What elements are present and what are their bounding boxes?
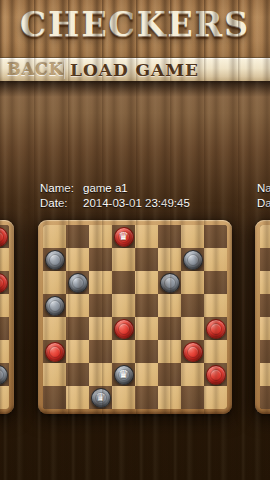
black-checker-piece	[160, 273, 180, 293]
next-game-date-row: Date:	[257, 196, 270, 211]
board-cell	[181, 386, 204, 409]
board-cell	[135, 363, 158, 386]
nav-bar: BACK LOAD GAME	[0, 57, 270, 81]
board-cell	[135, 386, 158, 409]
red-checker-piece	[114, 319, 134, 339]
board-cell	[135, 340, 158, 363]
board-cell	[112, 271, 135, 294]
board-cell	[204, 248, 227, 271]
board-cell	[181, 248, 204, 271]
next-saved-game-meta-peek: Name: Date:	[257, 181, 270, 210]
board-cell	[66, 248, 89, 271]
red-checker-piece-king: ♛	[114, 227, 134, 247]
black-checker-piece-king: ♛	[114, 365, 134, 385]
board-cell: ♛	[89, 386, 112, 409]
board-cell	[260, 317, 270, 340]
board-cell	[260, 340, 270, 363]
board-cell	[66, 294, 89, 317]
back-button[interactable]: BACK	[7, 60, 64, 80]
board-cell	[43, 294, 66, 317]
board-cell	[135, 225, 158, 248]
board-cell	[204, 363, 227, 386]
board-cell	[0, 271, 9, 294]
nav-shadow	[0, 81, 270, 97]
board-cell	[66, 317, 89, 340]
board-cell	[158, 225, 181, 248]
board-cell	[43, 271, 66, 294]
board-cell	[158, 363, 181, 386]
board-cell	[43, 248, 66, 271]
game-name-value: game a1	[83, 182, 128, 194]
board-cell	[43, 317, 66, 340]
game-date-label: Date:	[40, 196, 83, 211]
prev-board-grid	[0, 225, 9, 409]
black-checker-piece	[183, 250, 203, 270]
board-cell	[0, 340, 9, 363]
board-cell	[204, 225, 227, 248]
board-cell	[43, 386, 66, 409]
board-cell	[112, 386, 135, 409]
board-cell	[66, 386, 89, 409]
board-cell	[260, 386, 270, 409]
next-game-name-row: Name:	[257, 181, 270, 196]
board-cell	[112, 340, 135, 363]
board-cell: ♛	[112, 225, 135, 248]
board-cell	[0, 294, 9, 317]
app-header: CHECKERS	[0, 0, 270, 57]
black-checker-piece	[45, 250, 65, 270]
board-cell	[43, 225, 66, 248]
nav-divider	[63, 60, 64, 79]
board-cell	[260, 248, 270, 271]
next-game-name-label: Name:	[257, 181, 270, 196]
game-name-label: Name:	[40, 181, 83, 196]
black-checker-piece	[45, 296, 65, 316]
next-card-board-peek	[255, 220, 270, 414]
board-cell	[260, 225, 270, 248]
board-cell	[204, 386, 227, 409]
board-cell	[135, 317, 158, 340]
board-cell	[158, 340, 181, 363]
board-cell	[260, 271, 270, 294]
board-cell	[66, 340, 89, 363]
board-cell	[89, 294, 112, 317]
board-cell	[0, 386, 9, 409]
board-cell	[260, 363, 270, 386]
board-cell	[112, 294, 135, 317]
board-cell	[135, 248, 158, 271]
board-cell	[43, 340, 66, 363]
game-date-value: 2014-03-01 23:49:45	[83, 197, 190, 209]
board-cell	[181, 363, 204, 386]
board-cell	[89, 271, 112, 294]
board-cell	[260, 294, 270, 317]
next-game-date-label: Date:	[257, 196, 270, 211]
screen-title: LOAD GAME	[66, 60, 203, 80]
king-crown-icon: ♛	[115, 228, 133, 246]
board-cell	[89, 340, 112, 363]
saved-game-date-row: Date:2014-03-01 23:49:45	[40, 196, 190, 211]
board-cell	[204, 340, 227, 363]
board-cell	[0, 248, 9, 271]
saved-game-meta: Name:game a1 Date:2014-03-01 23:49:45	[40, 181, 190, 210]
board-cell	[112, 248, 135, 271]
king-crown-icon: ♛	[115, 366, 133, 384]
board-cell	[0, 317, 9, 340]
board-cell	[89, 248, 112, 271]
board-cell	[0, 225, 9, 248]
board-cell	[158, 294, 181, 317]
board-cell: ♛	[112, 363, 135, 386]
red-checker-piece	[206, 365, 226, 385]
board-grid: ♛♛♛	[43, 225, 227, 409]
board-cell	[112, 317, 135, 340]
board-cell	[135, 271, 158, 294]
app-title: CHECKERS	[0, 5, 270, 45]
board-cell	[181, 294, 204, 317]
board-cell	[158, 271, 181, 294]
king-crown-icon: ♛	[92, 389, 110, 407]
board-cell	[66, 271, 89, 294]
board-cell	[181, 271, 204, 294]
board-cell	[66, 225, 89, 248]
board-cell	[89, 225, 112, 248]
board-cell	[135, 294, 158, 317]
red-checker-piece	[206, 319, 226, 339]
red-checker-piece	[0, 273, 8, 293]
board-cell	[158, 248, 181, 271]
red-checker-piece	[45, 342, 65, 362]
saved-game-name-row: Name:game a1	[40, 181, 190, 196]
board-cell	[181, 317, 204, 340]
black-checker-piece-king: ♛	[91, 388, 111, 408]
board-cell	[181, 340, 204, 363]
board-cell	[204, 271, 227, 294]
board-cell	[158, 386, 181, 409]
red-checker-piece	[183, 342, 203, 362]
red-checker-piece	[0, 227, 8, 247]
board-cell	[89, 317, 112, 340]
board-cell	[204, 317, 227, 340]
board-cell	[89, 363, 112, 386]
black-checker-piece	[68, 273, 88, 293]
board-cell	[181, 225, 204, 248]
board-cell	[43, 363, 66, 386]
prev-card-board-peek	[0, 220, 14, 414]
load-game-carousel[interactable]: Name:game a1 Date:2014-03-01 23:49:45 Na…	[0, 81, 270, 480]
board-cell	[158, 317, 181, 340]
board-cell	[0, 363, 9, 386]
load-game-screen: CHECKERS BACK LOAD GAME Name:game a1 Dat…	[0, 0, 270, 480]
black-checker-piece	[0, 365, 8, 385]
next-board-grid	[260, 225, 270, 409]
board-cell	[66, 363, 89, 386]
board-cell	[204, 294, 227, 317]
checkers-board: ♛♛♛	[38, 220, 232, 414]
